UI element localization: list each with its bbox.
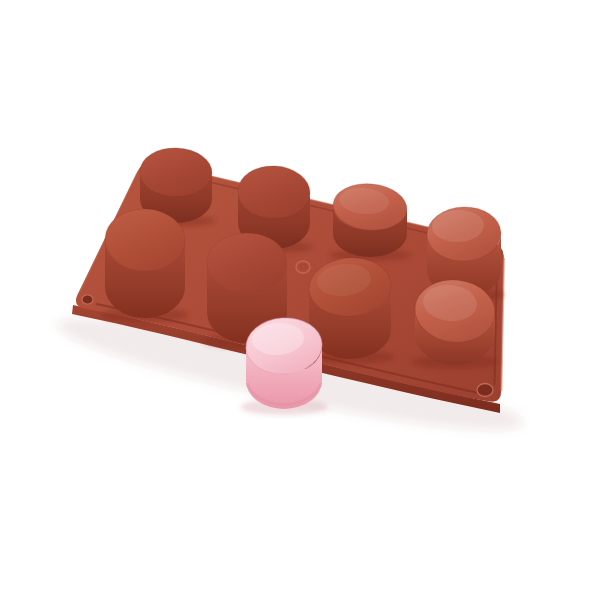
hanging-hole-left bbox=[82, 295, 93, 304]
hanging-hole-right bbox=[477, 384, 493, 397]
mold-cavity-bump-r2c1 bbox=[104, 208, 186, 318]
product-photo-stage bbox=[0, 0, 600, 600]
product-photo bbox=[0, 0, 600, 600]
cake-sample bbox=[244, 315, 324, 409]
mold-cavity-bump-r1c3 bbox=[331, 181, 409, 257]
cavity-top-face bbox=[207, 233, 287, 293]
